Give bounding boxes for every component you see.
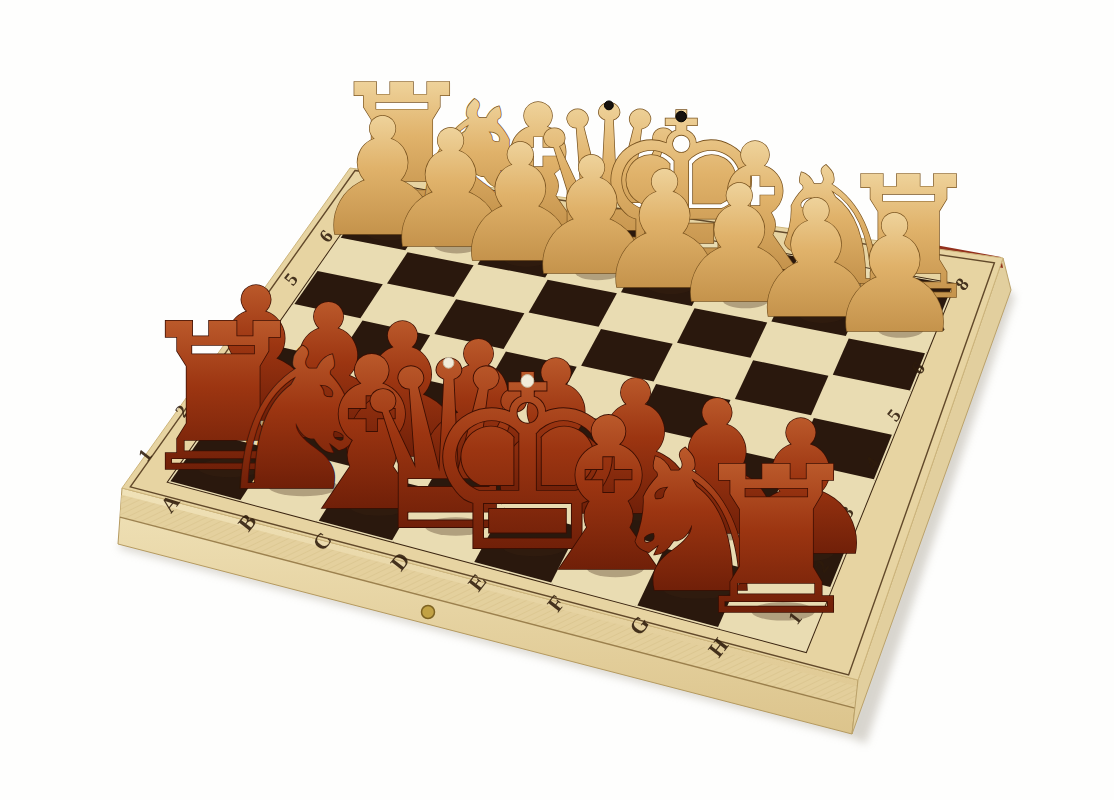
piece-light-pawn-h7[interactable]: ♟ (822, 181, 967, 369)
chess-set-photo: ABCDEFGH1122334455667788♜♞♝♛♚♝♞♜♟♟♟♟♟♟♟♟… (0, 0, 1114, 800)
light-pawn-glyph: ♟ (822, 181, 967, 369)
piece-dark-rook-h1[interactable]: ♜ (685, 424, 867, 660)
board-svg: ABCDEFGH1122334455667788♜♞♝♛♚♝♞♜♟♟♟♟♟♟♟♟… (0, 0, 1114, 800)
clasp-screw (422, 606, 435, 619)
dark-rook-glyph: ♜ (685, 424, 867, 660)
